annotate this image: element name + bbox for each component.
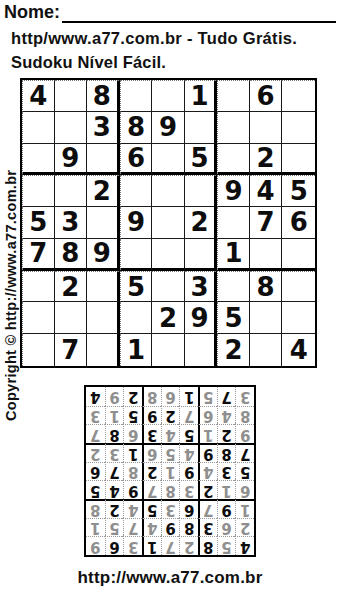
cell-r4c9: 5 [86, 480, 105, 499]
cell-r8c5: 2 [152, 302, 185, 334]
cell-r4c2: 1 [217, 480, 236, 499]
cell-r8c9: 3 [86, 406, 105, 425]
cell-r5c1: 5 [22, 207, 55, 239]
cell-r9c9: 4 [282, 334, 315, 366]
cell-r5c9: 6 [86, 462, 105, 481]
cell-r2c9: 1 [86, 518, 105, 537]
cell-r9c8 [250, 334, 283, 366]
cell-r6c2: 8 [55, 239, 88, 271]
cell-r2c4: 8 [179, 518, 198, 537]
cell-r4c4: 3 [179, 480, 198, 499]
cell-r5c4: 9 [120, 207, 153, 239]
cell-r1c4: 2 [179, 536, 198, 555]
cell-r8c4: 7 [179, 406, 198, 425]
cell-r3c1 [22, 144, 55, 176]
cell-r3c4: 6 [179, 499, 198, 518]
cell-r7c8: 8 [250, 271, 283, 303]
cell-r5c5 [152, 207, 185, 239]
cell-r4c7: 9 [217, 175, 250, 207]
cell-r6c3: 9 [198, 443, 217, 462]
cell-r2c8: 5 [105, 518, 124, 537]
cell-r4c6 [185, 175, 218, 207]
cell-r9c1 [22, 334, 55, 366]
cell-r4c9: 5 [282, 175, 315, 207]
cell-r3c6: 5 [185, 144, 218, 176]
cell-r9c4: 1 [179, 387, 198, 406]
cell-r6c2: 8 [217, 443, 236, 462]
cell-r3c7: 4 [123, 499, 142, 518]
cell-r8c7: 5 [217, 302, 250, 334]
name-underline [62, 4, 336, 23]
cell-r7c3 [87, 271, 120, 303]
cell-r4c8: 4 [250, 175, 283, 207]
cell-r9c3: 5 [198, 387, 217, 406]
cell-r8c5: 2 [161, 406, 180, 425]
cell-r2c5: 9 [161, 518, 180, 537]
cell-r3c4: 6 [120, 144, 153, 176]
cell-r8c1: 8 [235, 406, 254, 425]
cell-r4c3: 2 [198, 480, 217, 499]
cell-r3c6: 5 [142, 499, 161, 518]
cell-r6c7: 1 [123, 443, 142, 462]
cell-r6c5: 5 [161, 443, 180, 462]
cell-r9c6: 8 [142, 387, 161, 406]
cell-r5c3: 4 [198, 462, 217, 481]
cell-r7c6: 3 [142, 424, 161, 443]
site-line: http/www.a77.com.br - Tudo Grátis. [11, 29, 340, 48]
cell-r2c3: 3 [87, 112, 120, 144]
cell-r4c6: 7 [142, 480, 161, 499]
cell-r8c6: 9 [142, 406, 161, 425]
cell-r6c6: 6 [142, 443, 161, 462]
name-label: Nome: [4, 2, 60, 23]
cell-r7c2: 2 [217, 424, 236, 443]
cell-r4c7: 9 [123, 480, 142, 499]
cell-r8c4 [120, 302, 153, 334]
page-title: Sudoku Nível Fácil. [11, 53, 340, 72]
cell-r2c6 [185, 112, 218, 144]
cell-r9c8: 9 [105, 387, 124, 406]
cell-r6c5 [152, 239, 185, 271]
cell-r2c3: 3 [198, 518, 217, 537]
cell-r2c7: 7 [123, 518, 142, 537]
cell-r1c1: 4 [235, 536, 254, 555]
cell-r1c6: 1 [185, 80, 218, 112]
cell-r7c3: 1 [198, 424, 217, 443]
cell-r5c9: 6 [282, 207, 315, 239]
cell-r2c4: 8 [120, 112, 153, 144]
cell-r8c7: 5 [123, 406, 142, 425]
cell-r3c2: 9 [55, 144, 88, 176]
cell-r9c2: 7 [217, 387, 236, 406]
cell-r2c1 [22, 112, 55, 144]
cell-r4c2 [55, 175, 88, 207]
cell-r8c9 [282, 302, 315, 334]
cell-r7c1: 9 [235, 424, 254, 443]
cell-r1c4 [120, 80, 153, 112]
cell-r6c9: 2 [86, 443, 105, 462]
cell-r4c1 [22, 175, 55, 207]
cell-r5c2: 3 [55, 207, 88, 239]
cell-r8c8: 1 [105, 406, 124, 425]
cell-r4c5: 8 [161, 480, 180, 499]
puzzle-grid: 481638996522945539276789125382957124 [20, 78, 317, 368]
cell-r1c6: 1 [142, 536, 161, 555]
cell-r9c4: 1 [120, 334, 153, 366]
cell-r9c9: 4 [86, 387, 105, 406]
cell-r3c2: 9 [217, 499, 236, 518]
cell-r8c3 [87, 302, 120, 334]
cell-r1c7 [217, 80, 250, 112]
cell-r1c1: 4 [22, 80, 55, 112]
cell-r1c8: 6 [250, 80, 283, 112]
cell-r7c1 [22, 271, 55, 303]
cell-r7c9 [282, 271, 315, 303]
cell-r9c7: 2 [217, 334, 250, 366]
cell-r1c2 [55, 80, 88, 112]
cell-r2c6: 4 [142, 518, 161, 537]
cell-r4c1: 6 [235, 480, 254, 499]
cell-r9c6 [185, 334, 218, 366]
cell-r2c2: 6 [217, 518, 236, 537]
cell-r5c7: 8 [123, 462, 142, 481]
cell-r5c3 [87, 207, 120, 239]
cell-r7c5 [152, 271, 185, 303]
cell-r9c7: 2 [123, 387, 142, 406]
cell-r5c7 [217, 207, 250, 239]
cell-r8c1 [22, 302, 55, 334]
cell-r2c2 [55, 112, 88, 144]
cell-r3c5: 3 [161, 499, 180, 518]
cell-r7c6: 3 [185, 271, 218, 303]
cell-r2c5: 9 [152, 112, 185, 144]
cell-r5c5: 1 [161, 462, 180, 481]
cell-r3c8: 2 [250, 144, 283, 176]
cell-r6c9 [282, 239, 315, 271]
cell-r8c8 [250, 302, 283, 334]
cell-r6c8 [250, 239, 283, 271]
cell-r6c8: 3 [105, 443, 124, 462]
cell-r5c2: 3 [217, 462, 236, 481]
cell-r9c2: 7 [55, 334, 88, 366]
cell-r8c6: 9 [185, 302, 218, 334]
cell-r1c3: 8 [198, 536, 217, 555]
cell-r2c1: 2 [235, 518, 254, 537]
footer-url: http://www.a77.com.br [0, 568, 340, 588]
cell-r5c8: 7 [250, 207, 283, 239]
cell-r4c8: 4 [105, 480, 124, 499]
cell-r4c3: 2 [87, 175, 120, 207]
cell-r5c6: 2 [142, 462, 161, 481]
cell-r9c5 [152, 334, 185, 366]
cell-r3c5 [152, 144, 185, 176]
cell-r1c5: 7 [161, 536, 180, 555]
cell-r2c7 [217, 112, 250, 144]
cell-r2c9 [282, 112, 315, 144]
cell-r9c5: 6 [161, 387, 180, 406]
solution-grid: 4582713692638947511976354286123879455349… [84, 385, 256, 557]
cell-r1c9 [282, 80, 315, 112]
cell-r7c8: 8 [105, 424, 124, 443]
cell-r7c7: 6 [123, 424, 142, 443]
cell-r8c2: 4 [217, 406, 236, 425]
cell-r7c7 [217, 271, 250, 303]
cell-r7c9: 7 [86, 424, 105, 443]
cell-r8c3: 6 [198, 406, 217, 425]
cell-r7c4: 5 [120, 271, 153, 303]
cell-r8c2 [55, 302, 88, 334]
cell-r6c6 [185, 239, 218, 271]
cell-r6c4: 4 [179, 443, 198, 462]
name-row: Nome: [0, 0, 340, 23]
cell-r6c1: 7 [22, 239, 55, 271]
cell-r6c7: 1 [217, 239, 250, 271]
cell-r3c9 [282, 144, 315, 176]
cell-r7c2: 2 [55, 271, 88, 303]
cell-r3c9: 8 [86, 499, 105, 518]
cell-r3c8: 2 [105, 499, 124, 518]
cell-r3c7 [217, 144, 250, 176]
cell-r5c8: 7 [105, 462, 124, 481]
cell-r1c5 [152, 80, 185, 112]
cell-r3c3: 7 [198, 499, 217, 518]
cell-r2c8 [250, 112, 283, 144]
cell-r7c5: 4 [161, 424, 180, 443]
cell-r9c3 [87, 334, 120, 366]
cell-r4c5 [152, 175, 185, 207]
cell-r1c3: 8 [87, 80, 120, 112]
cell-r1c2: 5 [217, 536, 236, 555]
copyright-vertical-text: Copyright © http://www.a77.com.br [3, 170, 19, 421]
cell-r9c1: 3 [235, 387, 254, 406]
cell-r5c4: 9 [179, 462, 198, 481]
cell-r1c8: 6 [105, 536, 124, 555]
cell-r6c3: 9 [87, 239, 120, 271]
cell-r5c6: 2 [185, 207, 218, 239]
cell-r7c4: 5 [179, 424, 198, 443]
cell-r4c4 [120, 175, 153, 207]
cell-r1c7: 3 [123, 536, 142, 555]
cell-r6c1: 7 [235, 443, 254, 462]
cell-r5c1: 5 [235, 462, 254, 481]
cell-r1c9: 9 [86, 536, 105, 555]
cell-r3c3 [87, 144, 120, 176]
cell-r3c1: 1 [235, 499, 254, 518]
cell-r6c4 [120, 239, 153, 271]
